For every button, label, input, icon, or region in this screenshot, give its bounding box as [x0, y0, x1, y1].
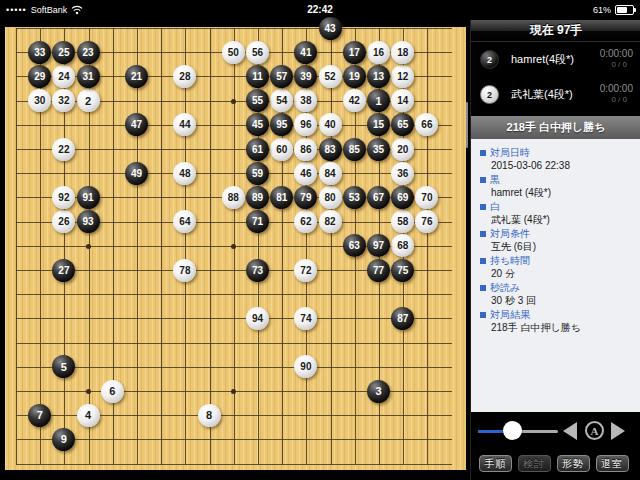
info-value: 218手 白中押し勝ち [480, 321, 640, 334]
info-value: 2015-03-06 22:38 [480, 159, 640, 172]
game-result-bar: 218手 白中押し勝ち [471, 116, 640, 139]
square-bullet-icon [480, 312, 486, 318]
white-player-name: 武礼葉(4段*) [511, 87, 573, 102]
white-capture-stone-icon: 2 [480, 85, 499, 104]
white-player-time: 0:00:00 [600, 83, 633, 94]
hoshi-point [231, 99, 236, 104]
info-label: 白 [480, 200, 640, 213]
button-検討[interactable]: 検討 [518, 455, 551, 472]
button-形勢[interactable]: 形勢 [557, 455, 590, 472]
player-row-white: 2 武礼葉(4段*) 0:00:00 0 / 0 [471, 76, 640, 111]
hoshi-point [231, 244, 236, 249]
app-root: 1234567891112131415161718192021222324252… [0, 0, 640, 480]
black-capture-stone-icon: 2 [480, 50, 499, 69]
next-move-button[interactable] [611, 422, 625, 440]
info-item-5: 秒読み30 秒 3 回 [480, 281, 640, 307]
square-bullet-icon [480, 177, 486, 183]
info-value: hamret (4段*) [480, 186, 640, 199]
game-info-panel: 対局日時2015-03-06 22:38黒hamret (4段*)白武礼葉 (4… [471, 139, 640, 412]
info-label: 秒読み [480, 281, 640, 294]
info-label: 黒 [480, 173, 640, 186]
square-bullet-icon [480, 258, 486, 264]
square-bullet-icon [480, 150, 486, 156]
info-value: 武礼葉 (4段*) [480, 213, 640, 226]
info-value: 20 分 [480, 267, 640, 280]
info-label: 対局日時 [480, 146, 640, 159]
button-手順[interactable]: 手順 [479, 455, 512, 472]
move-slider-fill [478, 430, 506, 433]
square-bullet-icon [480, 231, 486, 237]
player-row-black: 2 hamret(4段*) 0:00:00 0 / 0 [471, 41, 640, 76]
go-board[interactable] [5, 27, 466, 470]
info-label: 対局条件 [480, 227, 640, 240]
info-item-1: 黒hamret (4段*) [480, 173, 640, 199]
info-label: 持ち時間 [480, 254, 640, 267]
hoshi-point [86, 389, 91, 394]
button-退室[interactable]: 退室 [596, 455, 629, 472]
white-player-periods: 0 / 0 [611, 95, 627, 104]
hoshi-point [86, 99, 91, 104]
sidebar: 現在 97手 2 hamret(4段*) 0:00:00 0 / 0 2 武礼葉… [470, 20, 640, 480]
prev-move-button[interactable] [563, 422, 577, 440]
info-item-4: 持ち時間20 分 [480, 254, 640, 280]
info-item-6: 対局結果218手 白中押し勝ち [480, 308, 640, 334]
square-bullet-icon [480, 285, 486, 291]
hoshi-point [377, 99, 382, 104]
info-item-2: 白武礼葉 (4段*) [480, 200, 640, 226]
info-value: 30 秒 3 回 [480, 294, 640, 307]
hoshi-point [377, 244, 382, 249]
info-item-0: 対局日時2015-03-06 22:38 [480, 146, 640, 172]
black-player-name: hamret(4段*) [511, 52, 574, 67]
clock-label: 22:42 [0, 0, 640, 20]
hoshi-point [231, 389, 236, 394]
black-player-time: 0:00:00 [600, 48, 633, 59]
hoshi-point [377, 389, 382, 394]
scroll-indicator[interactable] [466, 102, 468, 148]
info-label: 対局結果 [480, 308, 640, 321]
black-player-periods: 0 / 0 [611, 60, 627, 69]
autoplay-button[interactable]: A [585, 421, 604, 440]
current-move-title: 現在 97手 [471, 20, 640, 42]
info-item-3: 対局条件互先 (6目) [480, 227, 640, 253]
playback-controls: A 手順検討形勢退室 [471, 412, 640, 480]
status-bar: ••••• SoftBank 22:42 61% [0, 0, 640, 20]
square-bullet-icon [480, 204, 486, 210]
hoshi-point [86, 244, 91, 249]
info-value: 互先 (6目) [480, 240, 640, 253]
move-slider-thumb[interactable] [503, 421, 522, 440]
